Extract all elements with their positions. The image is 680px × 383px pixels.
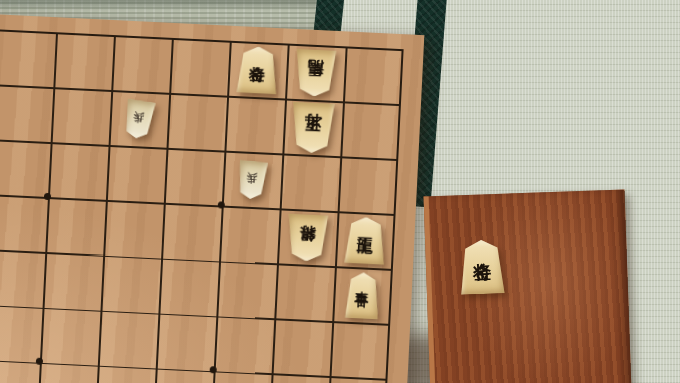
komadai-piece-stand <box>424 190 632 383</box>
piece-gote-pawn-3c[interactable]: 歩兵 <box>236 160 268 199</box>
piece-gote-pawn-5b[interactable]: 歩兵 <box>123 100 155 139</box>
piece-sente-gold-3a[interactable]: 金将 <box>235 46 279 95</box>
piece-kanji: 王将 <box>303 144 320 145</box>
piece-sente-lance-1e[interactable]: 香車 <box>344 272 381 320</box>
piece-gote-silver-2d[interactable]: 銀将 <box>285 213 329 262</box>
piece-kanji: 香車 <box>356 280 370 281</box>
hoshi-dot <box>44 193 51 200</box>
piece-gote-promoted-bishop-2a[interactable]: 龍馬 <box>293 48 337 97</box>
piece-sente-promoted-rook-1d[interactable]: 龍王 <box>343 216 387 265</box>
hoshi-dot <box>36 358 43 365</box>
piece-sente-gold-in-hand[interactable]: 金将 <box>459 240 505 294</box>
photo-frame: 金将 龍馬 王将 歩兵 歩兵 銀将 龍王 香車 金将 <box>0 0 680 383</box>
shogi-board[interactable]: 金将 龍馬 王将 歩兵 歩兵 銀将 龍王 香車 <box>0 8 424 383</box>
piece-kanji: 龍馬 <box>307 89 323 90</box>
hoshi-dot <box>210 366 217 373</box>
hoshi-dot <box>218 201 225 208</box>
piece-kanji: 歩兵 <box>131 131 142 133</box>
piece-kanji: 金将 <box>250 53 266 54</box>
piece-kanji: 龍王 <box>358 224 374 225</box>
board-grid <box>0 24 404 383</box>
piece-kanji: 銀将 <box>299 254 315 255</box>
piece-kanji: 金将 <box>472 248 490 249</box>
piece-kanji: 歩兵 <box>245 192 256 193</box>
piece-gote-king-2b[interactable]: 王将 <box>289 102 335 154</box>
